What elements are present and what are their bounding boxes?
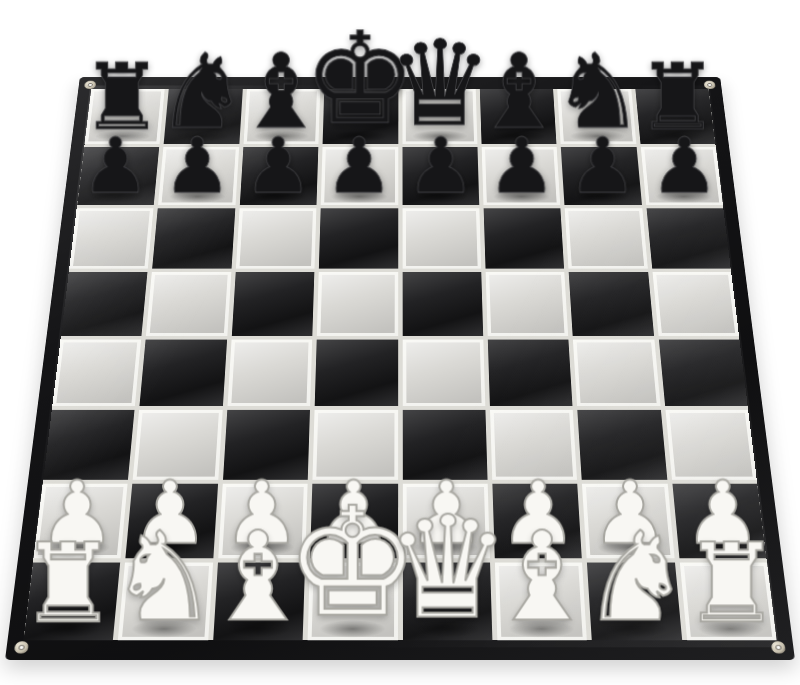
piece-black-pawn-g7[interactable]: ♟: [569, 127, 638, 204]
square-b1[interactable]: ♞: [118, 562, 213, 640]
product-photo-scene: ♜♞♝♚♛♝♞♜♟♟♟♟♟♟♟♟♟♟♟♟♟♟♟♟♜♞♝♚♛♝♞♜: [0, 0, 800, 685]
square-h6[interactable]: [646, 208, 731, 268]
square-b4[interactable]: [140, 339, 227, 406]
square-g1[interactable]: ♞: [587, 562, 682, 640]
square-h4[interactable]: [659, 339, 748, 406]
square-d7[interactable]: ♟: [321, 147, 398, 205]
square-c4[interactable]: [227, 339, 312, 406]
square-f6[interactable]: [483, 208, 564, 268]
piece-white-rook-h1[interactable]: ♜: [683, 529, 781, 638]
chess-board: ♜♞♝♚♛♝♞♜♟♟♟♟♟♟♟♟♟♟♟♟♟♟♟♟♜♞♝♚♛♝♞♜: [23, 89, 776, 640]
square-e5[interactable]: [402, 272, 483, 335]
square-a5[interactable]: [61, 272, 148, 335]
square-b6[interactable]: [152, 208, 235, 268]
square-c6[interactable]: [236, 208, 317, 268]
square-e6[interactable]: [402, 208, 481, 268]
square-b5[interactable]: [146, 272, 231, 335]
square-h5[interactable]: [652, 272, 739, 335]
piece-black-pawn-h7[interactable]: ♟: [650, 127, 719, 204]
piece-black-pawn-a7[interactable]: ♟: [81, 127, 150, 204]
square-a1[interactable]: ♜: [23, 562, 120, 640]
piece-black-pawn-f7[interactable]: ♟: [487, 127, 556, 204]
square-h1[interactable]: ♜: [679, 562, 776, 640]
square-d5[interactable]: [317, 272, 398, 335]
square-f1[interactable]: ♝: [495, 562, 587, 640]
grommet-bottom-right-icon: [771, 641, 786, 653]
square-f7[interactable]: ♟: [482, 147, 561, 205]
square-a7[interactable]: ♟: [77, 147, 159, 205]
square-e1[interactable]: ♛: [402, 562, 492, 640]
piece-white-knight-g1[interactable]: ♞: [582, 515, 692, 638]
square-h7[interactable]: ♟: [641, 147, 723, 205]
square-d6[interactable]: [319, 208, 398, 268]
square-a4[interactable]: [52, 339, 141, 406]
square-f5[interactable]: [486, 272, 569, 335]
square-e7[interactable]: ♟: [402, 147, 479, 205]
piece-black-pawn-b7[interactable]: ♟: [163, 127, 232, 204]
square-c5[interactable]: [232, 272, 315, 335]
piece-black-pawn-c7[interactable]: ♟: [244, 127, 313, 204]
piece-white-rook-a1[interactable]: ♜: [20, 529, 118, 638]
square-a6[interactable]: [69, 208, 154, 268]
square-g7[interactable]: ♟: [561, 147, 642, 205]
square-f4[interactable]: [488, 339, 573, 406]
board-perspective-wrapper: ♜♞♝♚♛♝♞♜♟♟♟♟♟♟♟♟♟♟♟♟♟♟♟♟♜♞♝♚♛♝♞♜: [5, 0, 795, 660]
piece-black-pawn-e7[interactable]: ♟: [406, 127, 475, 204]
piece-black-pawn-d7[interactable]: ♟: [325, 127, 394, 204]
chess-mat: ♜♞♝♚♛♝♞♜♟♟♟♟♟♟♟♟♟♟♟♟♟♟♟♟♜♞♝♚♛♝♞♜: [5, 77, 795, 660]
square-e4[interactable]: [402, 339, 485, 406]
square-g6[interactable]: [565, 208, 648, 268]
grommet-bottom-left-icon: [14, 641, 29, 653]
square-b7[interactable]: ♟: [158, 147, 239, 205]
square-g4[interactable]: [573, 339, 660, 406]
square-d4[interactable]: [315, 339, 398, 406]
square-c7[interactable]: ♟: [240, 147, 319, 205]
square-g5[interactable]: [569, 272, 654, 335]
